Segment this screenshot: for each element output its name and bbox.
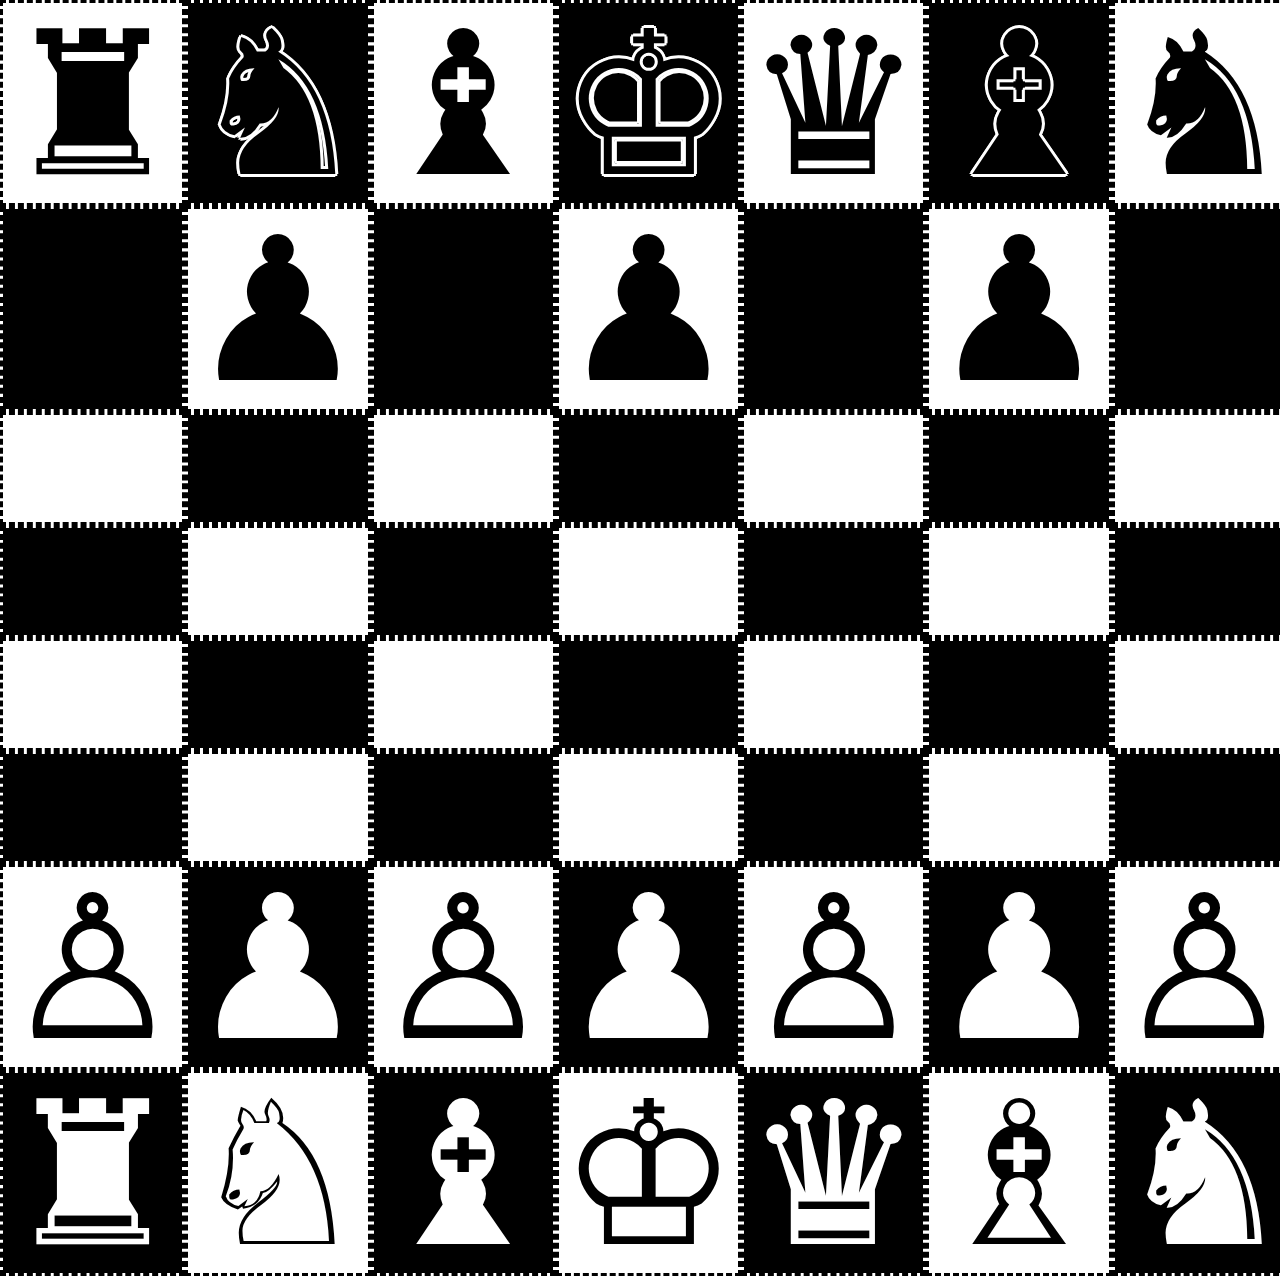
square-c6[interactable]	[371, 412, 556, 525]
piece-black-pawn[interactable]: ♟	[929, 211, 1108, 411]
piece-white-knight[interactable]: ♘	[188, 1075, 367, 1275]
square-g6[interactable]	[1112, 412, 1280, 525]
piece-black-bishop[interactable]: ♝	[374, 5, 553, 205]
piece-black-pawn[interactable]: ♟	[559, 211, 738, 411]
square-b7[interactable]: ♟	[185, 206, 370, 412]
square-d2[interactable]: ♟	[556, 864, 741, 1070]
square-a2[interactable]: ♙	[0, 864, 185, 1070]
square-e3[interactable]	[741, 751, 926, 864]
piece-white-pawn[interactable]: ♙	[3, 869, 182, 1069]
square-a3[interactable]	[0, 751, 185, 864]
square-a8[interactable]: ♜	[0, 0, 185, 206]
square-g3[interactable]	[1112, 751, 1280, 864]
piece-black-knight[interactable]: ♞	[1115, 5, 1280, 205]
square-b6[interactable]	[185, 412, 370, 525]
square-f1[interactable]: ♗	[926, 1070, 1111, 1276]
square-e7[interactable]: ♟	[741, 206, 926, 412]
square-f7[interactable]: ♟	[926, 206, 1111, 412]
square-d8[interactable]: ♚	[556, 0, 741, 206]
square-c1[interactable]: ♝	[371, 1070, 556, 1276]
square-d6[interactable]	[556, 412, 741, 525]
piece-black-pawn[interactable]: ♟	[744, 211, 923, 411]
square-g7[interactable]: ♟	[1112, 206, 1280, 412]
piece-white-bishop[interactable]: ♗	[929, 1075, 1108, 1275]
square-b4[interactable]	[185, 638, 370, 751]
piece-white-pawn[interactable]: ♙	[374, 869, 553, 1069]
square-a1[interactable]: ♜	[0, 1070, 185, 1276]
square-g1[interactable]: ♞	[1112, 1070, 1280, 1276]
square-f2[interactable]: ♟	[926, 864, 1111, 1070]
square-a4[interactable]	[0, 638, 185, 751]
piece-white-rook[interactable]: ♜	[3, 1075, 182, 1275]
piece-black-knight[interactable]: ♞	[188, 5, 367, 205]
square-b8[interactable]: ♞	[185, 0, 370, 206]
square-a7[interactable]: ♟	[0, 206, 185, 412]
piece-white-knight[interactable]: ♞	[1115, 1075, 1280, 1275]
square-g2[interactable]: ♙	[1112, 864, 1280, 1070]
piece-white-queen[interactable]: ♛	[744, 1075, 923, 1275]
piece-white-pawn[interactable]: ♟	[929, 869, 1108, 1069]
square-b1[interactable]: ♘	[185, 1070, 370, 1276]
piece-white-pawn[interactable]: ♙	[744, 869, 923, 1069]
piece-black-bishop[interactable]: ♝	[929, 5, 1108, 205]
piece-black-pawn[interactable]: ♟	[188, 211, 367, 411]
square-e8[interactable]: ♛	[741, 0, 926, 206]
square-c3[interactable]	[371, 751, 556, 864]
piece-black-pawn[interactable]: ♟	[1115, 211, 1280, 411]
square-e4[interactable]	[741, 638, 926, 751]
square-c8[interactable]: ♝	[371, 0, 556, 206]
square-c7[interactable]: ♟	[371, 206, 556, 412]
piece-white-pawn[interactable]: ♟	[188, 869, 367, 1069]
square-f3[interactable]	[926, 751, 1111, 864]
piece-white-king[interactable]: ♔	[559, 1075, 738, 1275]
square-e6[interactable]	[741, 412, 926, 525]
square-d7[interactable]: ♟	[556, 206, 741, 412]
square-d1[interactable]: ♔	[556, 1070, 741, 1276]
square-d4[interactable]	[556, 638, 741, 751]
square-b3[interactable]	[185, 751, 370, 864]
square-c5[interactable]	[371, 525, 556, 638]
piece-white-bishop[interactable]: ♝	[374, 1075, 553, 1275]
piece-black-queen[interactable]: ♛	[744, 5, 923, 205]
square-d5[interactable]	[556, 525, 741, 638]
square-g4[interactable]	[1112, 638, 1280, 751]
square-f5[interactable]	[926, 525, 1111, 638]
piece-black-rook[interactable]: ♜	[3, 5, 182, 205]
square-g5[interactable]	[1112, 525, 1280, 638]
square-f4[interactable]	[926, 638, 1111, 751]
square-f6[interactable]	[926, 412, 1111, 525]
square-a6[interactable]	[0, 412, 185, 525]
square-e1[interactable]: ♛	[741, 1070, 926, 1276]
square-c2[interactable]: ♙	[371, 864, 556, 1070]
square-f8[interactable]: ♝	[926, 0, 1111, 206]
square-d3[interactable]	[556, 751, 741, 864]
piece-black-pawn[interactable]: ♟	[3, 211, 182, 411]
chess-board: ♜♞♝♚♛♝♞♜♟♟♟♟♟♟♟♟♙♟♙♟♙♟♙♟♜♘♝♔♛♗♞♖	[0, 0, 1280, 1276]
square-e5[interactable]	[741, 525, 926, 638]
square-g8[interactable]: ♞	[1112, 0, 1280, 206]
piece-white-pawn[interactable]: ♟	[559, 869, 738, 1069]
piece-white-pawn[interactable]: ♙	[1115, 869, 1280, 1069]
square-c4[interactable]	[371, 638, 556, 751]
square-e2[interactable]: ♙	[741, 864, 926, 1070]
square-b2[interactable]: ♟	[185, 864, 370, 1070]
square-b5[interactable]	[185, 525, 370, 638]
square-a5[interactable]	[0, 525, 185, 638]
piece-black-pawn[interactable]: ♟	[374, 211, 553, 411]
piece-black-king[interactable]: ♚	[559, 5, 738, 205]
